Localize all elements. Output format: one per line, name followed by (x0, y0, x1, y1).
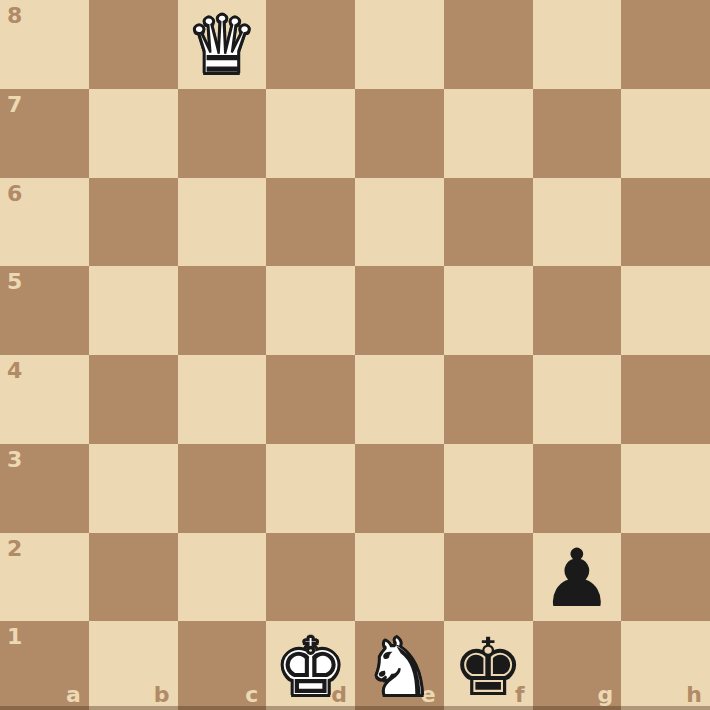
square-f2[interactable] (444, 533, 533, 622)
rank-label-7: 7 (7, 94, 22, 116)
square-d8[interactable] (266, 0, 355, 89)
square-e7[interactable] (355, 89, 444, 178)
square-f1[interactable]: f♚ (444, 621, 533, 710)
square-f5[interactable] (444, 266, 533, 355)
square-c6[interactable] (178, 178, 267, 267)
square-c1[interactable]: c (178, 621, 267, 710)
square-g1[interactable]: g (533, 621, 622, 710)
square-b1[interactable]: b (89, 621, 178, 710)
square-e5[interactable] (355, 266, 444, 355)
square-d5[interactable] (266, 266, 355, 355)
square-g2[interactable]: ♟ (533, 533, 622, 622)
square-c8[interactable]: ♛ (178, 0, 267, 89)
square-c2[interactable] (178, 533, 267, 622)
rank-label-5: 5 (7, 271, 22, 293)
rank-label-8: 8 (7, 5, 22, 27)
rank-label-6: 6 (7, 183, 22, 205)
square-e1[interactable]: e♞ (355, 621, 444, 710)
square-b3[interactable] (89, 444, 178, 533)
square-c3[interactable] (178, 444, 267, 533)
square-a4[interactable]: 4 (0, 355, 89, 444)
square-g6[interactable] (533, 178, 622, 267)
square-h7[interactable] (621, 89, 710, 178)
rank-label-2: 2 (7, 538, 22, 560)
file-label-g: g (598, 684, 614, 706)
square-f4[interactable] (444, 355, 533, 444)
square-h6[interactable] (621, 178, 710, 267)
square-c5[interactable] (178, 266, 267, 355)
square-f8[interactable] (444, 0, 533, 89)
square-g5[interactable] (533, 266, 622, 355)
piece-black-king[interactable]: ♚ (452, 628, 524, 708)
square-a2[interactable]: 2 (0, 533, 89, 622)
file-label-h: h (686, 684, 702, 706)
square-d1[interactable]: d♚ (266, 621, 355, 710)
square-c7[interactable] (178, 89, 267, 178)
square-f6[interactable] (444, 178, 533, 267)
piece-white-king[interactable]: ♚ (275, 628, 347, 708)
square-g7[interactable] (533, 89, 622, 178)
square-h3[interactable] (621, 444, 710, 533)
square-d2[interactable] (266, 533, 355, 622)
square-e8[interactable] (355, 0, 444, 89)
chess-board: 8♛765432♟1abcd♚e♞f♚gh (0, 0, 710, 710)
square-a7[interactable]: 7 (0, 89, 89, 178)
square-a5[interactable]: 5 (0, 266, 89, 355)
square-g4[interactable] (533, 355, 622, 444)
square-a1[interactable]: 1a (0, 621, 89, 710)
square-a3[interactable]: 3 (0, 444, 89, 533)
rank-label-4: 4 (7, 360, 22, 382)
square-f7[interactable] (444, 89, 533, 178)
square-g3[interactable] (533, 444, 622, 533)
square-d4[interactable] (266, 355, 355, 444)
square-e2[interactable] (355, 533, 444, 622)
square-h8[interactable] (621, 0, 710, 89)
square-b4[interactable] (89, 355, 178, 444)
square-g8[interactable] (533, 0, 622, 89)
piece-black-pawn[interactable]: ♟ (541, 539, 613, 619)
piece-white-queen[interactable]: ♛ (186, 6, 258, 86)
square-e3[interactable] (355, 444, 444, 533)
square-a6[interactable]: 6 (0, 178, 89, 267)
square-h5[interactable] (621, 266, 710, 355)
rank-label-1: 1 (7, 626, 22, 648)
square-b5[interactable] (89, 266, 178, 355)
square-b2[interactable] (89, 533, 178, 622)
rank-label-3: 3 (7, 449, 22, 471)
square-a8[interactable]: 8 (0, 0, 89, 89)
square-b7[interactable] (89, 89, 178, 178)
square-c4[interactable] (178, 355, 267, 444)
file-label-b: b (154, 684, 170, 706)
square-h4[interactable] (621, 355, 710, 444)
square-d3[interactable] (266, 444, 355, 533)
square-b8[interactable] (89, 0, 178, 89)
file-label-c: c (245, 684, 258, 706)
square-b6[interactable] (89, 178, 178, 267)
file-label-a: a (66, 684, 81, 706)
square-h2[interactable] (621, 533, 710, 622)
square-d7[interactable] (266, 89, 355, 178)
square-f3[interactable] (444, 444, 533, 533)
square-d6[interactable] (266, 178, 355, 267)
square-e4[interactable] (355, 355, 444, 444)
square-e6[interactable] (355, 178, 444, 267)
piece-white-knight[interactable]: ♞ (364, 628, 436, 708)
square-h1[interactable]: h (621, 621, 710, 710)
